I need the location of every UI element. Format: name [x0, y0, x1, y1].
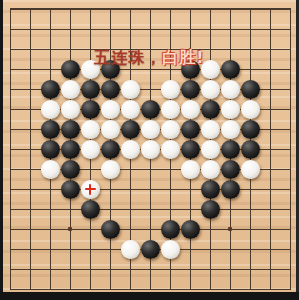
- stone-black: [101, 220, 120, 239]
- stone-black: [81, 100, 100, 119]
- stone-black: [61, 180, 80, 199]
- stone-white: [101, 120, 120, 139]
- stone-black: [241, 140, 260, 159]
- stone-white: [121, 100, 140, 119]
- stone-white: [221, 80, 240, 99]
- star-point: [68, 227, 72, 231]
- stone-black: [61, 120, 80, 139]
- stone-white: [201, 120, 220, 139]
- stone-white: [81, 120, 100, 139]
- stone-white: [141, 140, 160, 159]
- stone-white: [201, 160, 220, 179]
- win-message-prefix: 五连珠，: [94, 48, 162, 67]
- stone-white: [101, 100, 120, 119]
- stone-black: [161, 220, 180, 239]
- stone-black: [141, 240, 160, 259]
- window-edge-right: [296, 0, 299, 300]
- stone-white: [221, 100, 240, 119]
- stone-white: [161, 100, 180, 119]
- grid-line-horizontal: [10, 269, 291, 270]
- win-message-result: 白胜!: [162, 48, 204, 67]
- stone-black: [221, 140, 240, 159]
- grid-line-horizontal: [10, 209, 291, 210]
- stone-black: [201, 180, 220, 199]
- app-window: 五连珠，白胜!: [0, 0, 299, 300]
- grid-line-horizontal: [10, 189, 291, 190]
- stone-black: [241, 80, 260, 99]
- stone-white: [201, 80, 220, 99]
- stone-white: [201, 140, 220, 159]
- stone-white: [121, 240, 140, 259]
- stone-black: [41, 80, 60, 99]
- stone-black: [181, 220, 200, 239]
- stone-black: [241, 120, 260, 139]
- gomoku-board[interactable]: 五连珠，白胜!: [3, 0, 296, 292]
- stone-white: [121, 80, 140, 99]
- stone-black: [81, 80, 100, 99]
- stone-white: [221, 120, 240, 139]
- stone-black: [41, 120, 60, 139]
- stone-black: [121, 120, 140, 139]
- grid-line-horizontal: [10, 229, 291, 230]
- stone-black: [221, 180, 240, 199]
- stone-black: [41, 140, 60, 159]
- stone-white: [241, 100, 260, 119]
- stone-white: [141, 120, 160, 139]
- stone-black: [61, 160, 80, 179]
- stone-white: [161, 80, 180, 99]
- stone-black: [101, 80, 120, 99]
- stone-white: [161, 240, 180, 259]
- stone-white: [101, 160, 120, 179]
- stone-black: [181, 140, 200, 159]
- stone-black: [141, 100, 160, 119]
- stone-black: [201, 100, 220, 119]
- stone-white: [41, 160, 60, 179]
- window-edge-bottom: [0, 292, 299, 300]
- stone-black: [101, 140, 120, 159]
- stone-white: [81, 140, 100, 159]
- stone-white: [81, 180, 100, 199]
- stone-black: [181, 120, 200, 139]
- star-point: [228, 227, 232, 231]
- stone-black: [201, 200, 220, 219]
- stone-white: [181, 100, 200, 119]
- stone-black: [81, 200, 100, 219]
- stone-white: [61, 80, 80, 99]
- stone-black: [221, 160, 240, 179]
- stone-white: [121, 140, 140, 159]
- grid-line-horizontal: [10, 289, 291, 290]
- stone-white: [161, 120, 180, 139]
- stone-black: [61, 140, 80, 159]
- stone-white: [61, 100, 80, 119]
- win-message: 五连珠，白胜!: [3, 48, 296, 69]
- stone-white: [241, 160, 260, 179]
- stone-white: [41, 100, 60, 119]
- stone-white: [181, 160, 200, 179]
- stone-black: [181, 80, 200, 99]
- stone-white: [161, 140, 180, 159]
